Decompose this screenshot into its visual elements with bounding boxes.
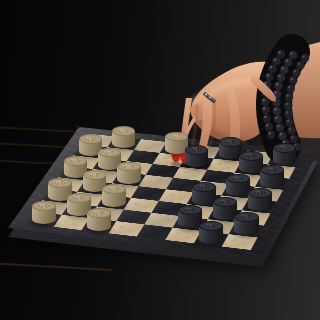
piece-top xyxy=(219,137,242,147)
checker-light-b8[interactable] xyxy=(112,126,135,148)
piece-top xyxy=(79,134,102,144)
piece-top xyxy=(67,193,91,203)
checker-dark-g7[interactable] xyxy=(239,151,262,173)
piece-top xyxy=(48,178,72,188)
piece-top xyxy=(248,188,272,198)
checker-dark-e7[interactable] xyxy=(185,145,208,167)
piece-top xyxy=(213,197,237,207)
checker-dark-h4[interactable] xyxy=(248,188,272,211)
piece-top xyxy=(260,165,284,175)
checker-dark-h2[interactable] xyxy=(234,212,258,235)
checker-light-c1[interactable] xyxy=(87,208,111,231)
checker-light-a1[interactable] xyxy=(32,201,56,224)
checker-light-c3[interactable] xyxy=(102,184,126,207)
scene: Overhead-angle photo of a black marble c… xyxy=(0,0,320,320)
piece-top xyxy=(83,170,107,180)
piece-top xyxy=(234,212,258,222)
checker-dark-h6[interactable] xyxy=(260,165,284,187)
checker-light-c5[interactable] xyxy=(117,162,141,184)
checker-dark-h8[interactable] xyxy=(273,143,296,165)
piece-top xyxy=(192,182,216,192)
checker-dark-g1[interactable] xyxy=(199,221,224,244)
piece-top xyxy=(112,126,135,136)
piece-top xyxy=(199,221,224,231)
pieces-layer xyxy=(0,0,320,320)
piece-top xyxy=(87,208,111,218)
checker-dark-g5[interactable] xyxy=(226,174,250,197)
piece-top xyxy=(239,151,262,161)
piece-top xyxy=(273,143,296,153)
piece-top xyxy=(64,156,87,166)
